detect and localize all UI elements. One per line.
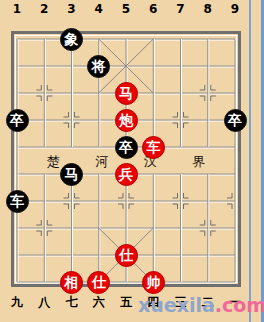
piece-black-chariot[interactable]: 车 [6,190,29,213]
piece-black-soldier[interactable]: 卒 [224,109,247,132]
piece-black-soldier[interactable]: 卒 [6,109,29,132]
piece-black-general[interactable]: 将 [87,55,110,78]
piece-black-horse[interactable]: 马 [60,163,83,186]
piece-red-elephant[interactable]: 相 [60,271,83,294]
piece-red-general[interactable]: 帅 [142,271,165,294]
watermark-name: xuexila [138,294,215,316]
watermark-tld: .com [215,294,264,316]
pieces-layer[interactable]: 象将马卒炮卒卒车马兵车仕相仕帅 [0,0,264,322]
piece-red-horse[interactable]: 马 [115,82,138,105]
piece-red-advisor[interactable]: 仕 [87,271,110,294]
piece-black-soldier[interactable]: 卒 [115,136,138,159]
piece-red-cannon[interactable]: 炮 [115,109,138,132]
piece-black-elephant[interactable]: 象 [60,28,83,51]
xiangqi-board-screenshot: 1 2 3 4 5 6 7 8 9 楚 河 汉 界 象将马卒炮卒卒车马兵车仕相仕… [0,0,264,322]
watermark: xuexila.com [138,294,264,316]
piece-red-chariot[interactable]: 车 [142,136,165,159]
piece-red-soldier[interactable]: 兵 [115,163,138,186]
piece-red-advisor[interactable]: 仕 [115,244,138,267]
